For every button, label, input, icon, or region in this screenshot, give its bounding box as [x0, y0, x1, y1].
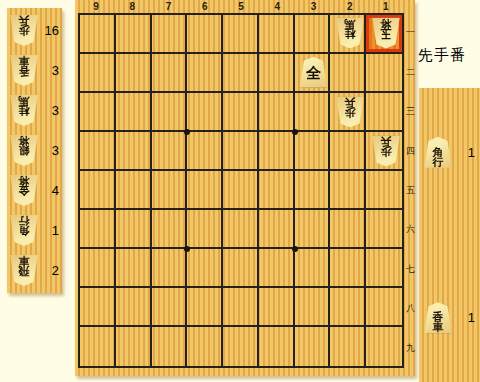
board-square-6-9[interactable] — [187, 327, 223, 366]
hand-count: 16 — [45, 23, 59, 38]
board-square-1-5[interactable] — [366, 171, 402, 210]
board-square-5-1[interactable] — [223, 15, 259, 54]
file-label: 6 — [187, 0, 223, 13]
hand-count: 3 — [52, 63, 59, 78]
board-square-3-8[interactable] — [295, 288, 331, 327]
board-square-2-5[interactable] — [330, 171, 366, 210]
piece-kanji: 行 — [433, 157, 444, 167]
gote-hand-item-香車: 香車3 — [10, 50, 59, 90]
file-label: 3 — [295, 0, 331, 13]
board-square-7-1[interactable] — [152, 15, 188, 54]
board-square-5-4[interactable] — [223, 132, 259, 171]
board-square-6-3[interactable] — [187, 93, 223, 132]
file-labels: 987654321 — [78, 0, 404, 13]
piece-kanji: 桂 — [344, 28, 355, 38]
board-square-9-6[interactable] — [80, 210, 116, 249]
board-square-7-4[interactable] — [152, 132, 188, 171]
board-square-7-9[interactable] — [152, 327, 188, 366]
board-square-6-8[interactable] — [187, 288, 223, 327]
board-square-4-9[interactable] — [259, 327, 295, 366]
board-square-7-6[interactable] — [152, 210, 188, 249]
piece-kanji: 玉 — [380, 28, 391, 38]
piece-kanji: 桂 — [19, 106, 30, 116]
gote-hand-item-桂馬: 桂馬3 — [10, 90, 59, 130]
board-square-3-6[interactable] — [295, 210, 331, 249]
piece-kanji: 将 — [19, 136, 30, 146]
shogi-viewer: 歩兵16香車3桂馬3銀将3金将4角行1飛車2 987654321 一二三四五六七… — [0, 0, 480, 382]
sente-hand-slot-4 — [424, 256, 475, 297]
sente-hand-slot-6 — [424, 339, 475, 380]
rank-label: 一 — [405, 13, 416, 52]
star-point — [184, 129, 190, 135]
board-square-6-1[interactable] — [187, 15, 223, 54]
sente-hand-panel: 角行1香車1 — [419, 88, 480, 382]
board-square-9-5[interactable] — [80, 171, 116, 210]
board-square-7-5[interactable] — [152, 171, 188, 210]
hand-count: 4 — [52, 183, 59, 198]
shogi-piece-gote-hand-飛車[interactable]: 飛車 — [10, 255, 38, 286]
board-square-1-8[interactable] — [366, 288, 402, 327]
board-square-1-3[interactable] — [366, 93, 402, 132]
board-square-8-4[interactable] — [116, 132, 152, 171]
board-square-7-8[interactable] — [152, 288, 188, 327]
shogi-piece-gote-hand-歩兵[interactable]: 歩兵 — [10, 15, 38, 46]
board-square-8-9[interactable] — [116, 327, 152, 366]
gote-hand-item-歩兵: 歩兵16 — [10, 10, 59, 50]
board-square-6-2[interactable] — [187, 54, 223, 93]
hand-count: 1 — [468, 145, 475, 160]
board-square-4-4[interactable] — [259, 132, 295, 171]
file-label: 5 — [223, 0, 259, 13]
board-square-6-6[interactable] — [187, 210, 223, 249]
board-square-3-7[interactable] — [295, 249, 331, 288]
board-square-9-7[interactable] — [80, 249, 116, 288]
turn-indicator: 先手番 — [418, 46, 466, 65]
board-square-9-3[interactable] — [80, 93, 116, 132]
rank-label: 九 — [405, 329, 416, 368]
board-square-8-1[interactable] — [116, 15, 152, 54]
gote-hand-item-角行: 角行1 — [10, 211, 59, 251]
board-square-1-7[interactable] — [366, 249, 402, 288]
hand-count: 2 — [52, 263, 59, 278]
shogi-piece-gote-hand-角行[interactable]: 角行 — [10, 215, 38, 246]
board-square-9-1[interactable] — [80, 15, 116, 54]
board-square-1-6[interactable] — [366, 210, 402, 249]
hand-count: 1 — [468, 310, 475, 325]
board-square-9-4[interactable] — [80, 132, 116, 171]
star-point — [184, 246, 190, 252]
hand-count: 1 — [52, 223, 59, 238]
board-square-8-2[interactable] — [116, 54, 152, 93]
shogi-piece-gote-hand-香車[interactable]: 香車 — [10, 55, 38, 86]
board-square-4-8[interactable] — [259, 288, 295, 327]
piece-kanji: 車 — [19, 56, 30, 66]
star-point — [292, 246, 298, 252]
shogi-piece-gote-hand-銀将[interactable]: 銀将 — [10, 135, 38, 166]
gote-hand-panel: 歩兵16香車3桂馬3銀将3金将4角行1飛車2 — [7, 8, 62, 293]
shogi-piece-gote-hand-桂馬[interactable]: 桂馬 — [10, 95, 38, 126]
board-square-2-8[interactable] — [330, 288, 366, 327]
hand-count: 3 — [52, 143, 59, 158]
piece-kanji: 兵 — [344, 97, 355, 107]
board-square-6-5[interactable] — [187, 171, 223, 210]
piece-kanji: 行 — [19, 216, 30, 226]
rank-labels: 一二三四五六七八九 — [405, 13, 416, 368]
board-square-8-7[interactable] — [116, 249, 152, 288]
piece-kanji: 兵 — [19, 16, 30, 26]
board-square-9-2[interactable] — [80, 54, 116, 93]
file-label: 9 — [78, 0, 114, 13]
piece-kanji: 将 — [380, 18, 391, 28]
piece-kanji: 全 — [306, 65, 321, 81]
board-square-4-2[interactable] — [259, 54, 295, 93]
rank-label: 六 — [405, 210, 416, 249]
file-label: 8 — [114, 0, 150, 13]
sente-hand-slot-5: 香車1 — [424, 297, 475, 338]
board-square-3-9[interactable] — [295, 327, 331, 366]
board-square-4-6[interactable] — [259, 210, 295, 249]
board-square-5-7[interactable] — [223, 249, 259, 288]
board-square-3-3[interactable] — [295, 93, 331, 132]
board-square-3-5[interactable] — [295, 171, 331, 210]
gote-hand-item-銀将: 銀将3 — [10, 130, 59, 170]
rank-label: 五 — [405, 171, 416, 210]
piece-kanji: 歩 — [19, 26, 30, 36]
board-square-8-5[interactable] — [116, 171, 152, 210]
board-square-5-6[interactable] — [223, 210, 259, 249]
board-square-5-3[interactable] — [223, 93, 259, 132]
board-square-8-8[interactable] — [116, 288, 152, 327]
piece-kanji: 銀 — [19, 146, 30, 156]
board-square-8-3[interactable] — [116, 93, 152, 132]
shogi-board: 987654321 一二三四五六七八九 玉将桂馬全歩兵歩兵 — [75, 0, 415, 376]
board-square-7-7[interactable] — [152, 249, 188, 288]
sente-hand-slot-0 — [424, 90, 475, 131]
board-square-8-6[interactable] — [116, 210, 152, 249]
board-square-2-7[interactable] — [330, 249, 366, 288]
board-square-9-8[interactable] — [80, 288, 116, 327]
piece-kanji: 歩 — [344, 107, 355, 117]
board-square-2-6[interactable] — [330, 210, 366, 249]
piece-kanji: 飛 — [19, 266, 30, 276]
board-square-2-4[interactable] — [330, 132, 366, 171]
board-square-6-7[interactable] — [187, 249, 223, 288]
rank-label: 七 — [405, 250, 416, 289]
rank-label: 二 — [405, 52, 416, 91]
star-point — [292, 129, 298, 135]
hand-count: 3 — [52, 103, 59, 118]
shogi-piece-sente-hand-香車[interactable]: 香車 — [424, 302, 452, 333]
rank-label: 三 — [405, 92, 416, 131]
board-square-7-3[interactable] — [152, 93, 188, 132]
piece-kanji: 角 — [19, 226, 30, 236]
shogi-piece-sente-hand-角行[interactable]: 角行 — [424, 137, 452, 168]
file-label: 1 — [368, 0, 404, 13]
board-square-4-3[interactable] — [259, 93, 295, 132]
piece-kanji: 車 — [19, 256, 30, 266]
board-square-4-1[interactable] — [259, 15, 295, 54]
file-label: 7 — [150, 0, 186, 13]
piece-kanji: 馬 — [344, 18, 355, 28]
board-square-1-2[interactable] — [366, 54, 402, 93]
piece-kanji: 馬 — [19, 96, 30, 106]
piece-kanji: 将 — [19, 176, 30, 186]
sente-hand-slot-2 — [424, 173, 475, 214]
board-square-7-2[interactable] — [152, 54, 188, 93]
board-square-2-9[interactable] — [330, 327, 366, 366]
shogi-piece-gote-hand-金将[interactable]: 金将 — [10, 175, 38, 206]
board-square-2-2[interactable] — [330, 54, 366, 93]
board-square-3-4[interactable] — [295, 132, 331, 171]
board-grid — [78, 13, 404, 368]
board-square-3-1[interactable] — [295, 15, 331, 54]
rank-label: 八 — [405, 289, 416, 328]
file-label: 2 — [332, 0, 368, 13]
sente-hand-slot-3 — [424, 214, 475, 255]
piece-kanji: 金 — [19, 186, 30, 196]
board-square-4-5[interactable] — [259, 171, 295, 210]
sente-hand-slot-1: 角行1 — [424, 131, 475, 172]
file-label: 4 — [259, 0, 295, 13]
piece-kanji: 歩 — [380, 147, 391, 157]
piece-kanji: 車 — [433, 322, 444, 332]
board-square-4-7[interactable] — [259, 249, 295, 288]
board-square-5-2[interactable] — [223, 54, 259, 93]
gote-hand-item-飛車: 飛車2 — [10, 251, 59, 291]
board-square-5-8[interactable] — [223, 288, 259, 327]
board-square-5-9[interactable] — [223, 327, 259, 366]
board-square-9-9[interactable] — [80, 327, 116, 366]
piece-kanji: 香 — [19, 66, 30, 76]
rank-label: 四 — [405, 131, 416, 170]
gote-hand-item-金将: 金将4 — [10, 171, 59, 211]
board-square-5-5[interactable] — [223, 171, 259, 210]
piece-kanji: 兵 — [380, 137, 391, 147]
board-square-1-9[interactable] — [366, 327, 402, 366]
board-square-6-4[interactable] — [187, 132, 223, 171]
